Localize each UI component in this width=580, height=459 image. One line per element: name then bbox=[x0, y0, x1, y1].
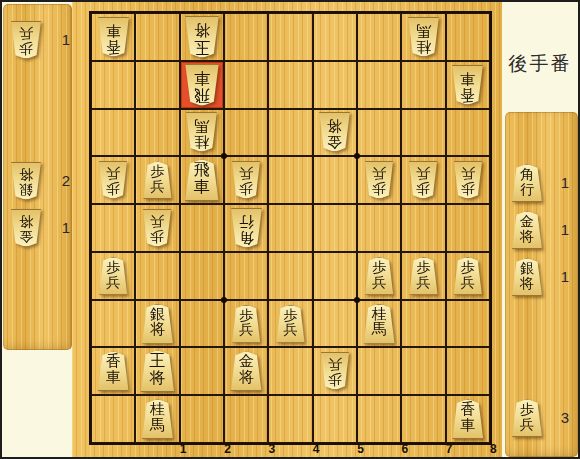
square-8八 bbox=[401, 61, 445, 109]
square-4四 bbox=[224, 252, 268, 300]
square-7九 bbox=[357, 13, 401, 61]
square-3九: 玉将 bbox=[180, 13, 224, 61]
square-8九: 桂馬 bbox=[401, 13, 445, 61]
koma-金将: 金将 bbox=[510, 211, 544, 249]
koma-歩兵: 歩兵 bbox=[510, 399, 544, 437]
square-5一 bbox=[268, 395, 312, 443]
koma-銀将: 銀将 bbox=[140, 304, 175, 344]
hand-piece-slot: 金将 bbox=[510, 211, 544, 249]
koma-香車: 香車 bbox=[96, 351, 131, 391]
square-8二 bbox=[401, 347, 445, 395]
koma-銀将-rotated: 銀将 bbox=[9, 162, 43, 200]
square-8七 bbox=[401, 109, 445, 157]
square-3二 bbox=[180, 347, 224, 395]
square-4五: 角行 bbox=[224, 204, 268, 252]
square-7四: 歩兵 bbox=[357, 252, 401, 300]
square-5四 bbox=[268, 252, 312, 300]
square-3五 bbox=[180, 204, 224, 252]
hand-piece-slot: 金将 bbox=[9, 209, 43, 247]
hand-count-角行: 1 bbox=[557, 174, 573, 191]
gote-hand-tray: 角行1金将1銀将1歩兵3 bbox=[505, 112, 578, 457]
square-9五 bbox=[446, 204, 490, 252]
square-6八 bbox=[313, 61, 357, 109]
koma-金将-rotated: 金将 bbox=[9, 209, 43, 247]
square-8三 bbox=[401, 300, 445, 348]
koma-王将: 王将 bbox=[138, 350, 176, 392]
square-6四 bbox=[313, 252, 357, 300]
square-9七 bbox=[446, 109, 490, 157]
square-9八: 香車 bbox=[446, 61, 490, 109]
square-4七 bbox=[224, 109, 268, 157]
koma-歩兵-rotated: 歩兵 bbox=[97, 161, 129, 199]
square-5六 bbox=[268, 156, 312, 204]
koma-金将: 金将 bbox=[229, 351, 264, 391]
koma-銀将: 銀将 bbox=[510, 258, 544, 296]
square-4八 bbox=[224, 61, 268, 109]
square-7一 bbox=[357, 395, 401, 443]
square-1六: 歩兵 bbox=[91, 156, 135, 204]
square-2一: 桂馬 bbox=[135, 395, 179, 443]
square-7二 bbox=[357, 347, 401, 395]
sente-hand-tray: 歩兵1銀将2金将1 bbox=[3, 4, 72, 350]
square-3七: 桂馬 bbox=[180, 109, 224, 157]
hand-piece-slot: 銀将 bbox=[510, 258, 544, 296]
square-4一 bbox=[224, 395, 268, 443]
hand-count-銀将: 1 bbox=[557, 268, 573, 285]
square-3四 bbox=[180, 252, 224, 300]
square-3一 bbox=[180, 395, 224, 443]
square-2五: 歩兵 bbox=[135, 204, 179, 252]
square-3六: 飛車 bbox=[180, 156, 224, 204]
koma-歩兵: 歩兵 bbox=[452, 257, 484, 295]
square-6二: 歩兵 bbox=[313, 347, 357, 395]
square-8五 bbox=[401, 204, 445, 252]
hand-piece-slot: 角行 bbox=[510, 164, 544, 202]
koma-香車: 香車 bbox=[450, 399, 485, 439]
square-7三: 桂馬 bbox=[357, 300, 401, 348]
koma-歩兵: 歩兵 bbox=[97, 257, 129, 295]
shogi-app-window: 歩兵1銀将2金将1 九八七六五四三二一 123456789 香車玉将桂馬飛車香車… bbox=[0, 0, 580, 459]
square-4二: 金将 bbox=[224, 347, 268, 395]
koma-桂馬: 桂馬 bbox=[140, 399, 175, 439]
square-6九 bbox=[313, 13, 357, 61]
koma-歩兵: 歩兵 bbox=[363, 257, 395, 295]
koma-香車-rotated: 香車 bbox=[450, 65, 485, 105]
square-6六 bbox=[313, 156, 357, 204]
square-4六: 歩兵 bbox=[224, 156, 268, 204]
square-2四 bbox=[135, 252, 179, 300]
square-1四: 歩兵 bbox=[91, 252, 135, 300]
koma-歩兵: 歩兵 bbox=[274, 305, 306, 343]
square-2六: 歩兵 bbox=[135, 156, 179, 204]
koma-飛車: 飛車 bbox=[183, 159, 221, 201]
koma-玉将-rotated: 玉将 bbox=[183, 16, 221, 58]
square-5五 bbox=[268, 204, 312, 252]
turn-indicator: 後手番 bbox=[502, 52, 578, 76]
koma-角行-rotated: 角行 bbox=[229, 208, 264, 248]
koma-歩兵: 歩兵 bbox=[230, 305, 262, 343]
koma-歩兵-rotated: 歩兵 bbox=[452, 161, 484, 199]
square-1八 bbox=[91, 61, 135, 109]
koma-歩兵-rotated: 歩兵 bbox=[407, 161, 439, 199]
square-5八 bbox=[268, 61, 312, 109]
square-1七 bbox=[91, 109, 135, 157]
square-9三 bbox=[446, 300, 490, 348]
koma-歩兵-rotated: 歩兵 bbox=[9, 21, 43, 59]
square-2七 bbox=[135, 109, 179, 157]
square-8四: 歩兵 bbox=[401, 252, 445, 300]
square-4九 bbox=[224, 13, 268, 61]
koma-歩兵-rotated: 歩兵 bbox=[230, 161, 262, 199]
square-9一: 香車 bbox=[446, 395, 490, 443]
square-7六: 歩兵 bbox=[357, 156, 401, 204]
square-4三: 歩兵 bbox=[224, 300, 268, 348]
square-8六: 歩兵 bbox=[401, 156, 445, 204]
koma-歩兵-rotated: 歩兵 bbox=[141, 209, 173, 247]
koma-角行: 角行 bbox=[510, 164, 544, 202]
square-6三 bbox=[313, 300, 357, 348]
hand-count-歩兵: 3 bbox=[557, 409, 573, 426]
square-1一 bbox=[91, 395, 135, 443]
koma-飛車-rotated: 飛車 bbox=[183, 64, 221, 106]
square-7八 bbox=[357, 61, 401, 109]
square-2三: 銀将 bbox=[135, 300, 179, 348]
square-9四: 歩兵 bbox=[446, 252, 490, 300]
square-5七 bbox=[268, 109, 312, 157]
square-7五 bbox=[357, 204, 401, 252]
square-3三 bbox=[180, 300, 224, 348]
hand-piece-slot: 銀将 bbox=[9, 162, 43, 200]
koma-歩兵: 歩兵 bbox=[141, 161, 173, 199]
hand-piece-slot: 歩兵 bbox=[9, 21, 43, 59]
koma-歩兵: 歩兵 bbox=[407, 257, 439, 295]
board-grid: 香車玉将桂馬飛車香車桂馬金将歩兵歩兵飛車歩兵歩兵歩兵歩兵歩兵角行歩兵歩兵歩兵歩兵… bbox=[89, 11, 492, 445]
square-7七 bbox=[357, 109, 401, 157]
koma-桂馬-rotated: 桂馬 bbox=[406, 17, 441, 57]
square-6七: 金将 bbox=[313, 109, 357, 157]
square-8一 bbox=[401, 395, 445, 443]
square-6一 bbox=[313, 395, 357, 443]
koma-歩兵-rotated: 歩兵 bbox=[319, 352, 351, 390]
square-6五 bbox=[313, 204, 357, 252]
square-9九 bbox=[446, 13, 490, 61]
hand-count-金将: 1 bbox=[557, 221, 573, 238]
square-1二: 香車 bbox=[91, 347, 135, 395]
koma-金将-rotated: 金将 bbox=[317, 112, 352, 152]
square-1五 bbox=[91, 204, 135, 252]
hand-piece-slot: 歩兵 bbox=[510, 399, 544, 437]
square-5二 bbox=[268, 347, 312, 395]
square-2九 bbox=[135, 13, 179, 61]
square-1三 bbox=[91, 300, 135, 348]
square-5九 bbox=[268, 13, 312, 61]
square-5三: 歩兵 bbox=[268, 300, 312, 348]
square-2二: 王将 bbox=[135, 347, 179, 395]
square-9二 bbox=[446, 347, 490, 395]
square-1九: 香車 bbox=[91, 13, 135, 61]
koma-桂馬-rotated: 桂馬 bbox=[184, 112, 219, 152]
square-9六: 歩兵 bbox=[446, 156, 490, 204]
square-2八 bbox=[135, 61, 179, 109]
square-3八: 飛車 bbox=[180, 61, 224, 109]
koma-香車-rotated: 香車 bbox=[96, 17, 131, 57]
koma-桂馬: 桂馬 bbox=[362, 304, 397, 344]
koma-歩兵-rotated: 歩兵 bbox=[363, 161, 395, 199]
